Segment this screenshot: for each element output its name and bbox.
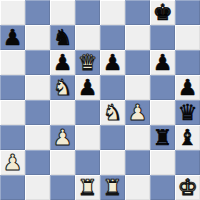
square-g2[interactable] bbox=[150, 150, 175, 175]
square-a3[interactable] bbox=[0, 125, 25, 150]
black-rook[interactable]: ♜ bbox=[153, 125, 173, 150]
square-b5[interactable] bbox=[25, 75, 50, 100]
square-d4[interactable] bbox=[75, 100, 100, 125]
white-rook[interactable]: ♜ bbox=[103, 175, 123, 200]
square-b8[interactable] bbox=[25, 0, 50, 25]
square-d2[interactable] bbox=[75, 150, 100, 175]
black-pawn[interactable]: ♟ bbox=[153, 50, 173, 75]
square-b1[interactable] bbox=[25, 175, 50, 200]
square-g5[interactable] bbox=[150, 75, 175, 100]
square-g4[interactable] bbox=[150, 100, 175, 125]
square-a7[interactable]: ♟ bbox=[0, 25, 25, 50]
white-king[interactable]: ♚ bbox=[178, 175, 198, 200]
white-rook[interactable]: ♜ bbox=[78, 175, 98, 200]
black-queen[interactable]: ♛ bbox=[178, 100, 198, 125]
white-queen[interactable]: ♛ bbox=[78, 50, 98, 75]
black-pawn[interactable]: ♟ bbox=[53, 50, 73, 75]
white-knight[interactable]: ♞ bbox=[53, 75, 73, 100]
square-e8[interactable] bbox=[100, 0, 125, 25]
square-c1[interactable] bbox=[50, 175, 75, 200]
black-king[interactable]: ♚ bbox=[153, 0, 173, 25]
square-b6[interactable] bbox=[25, 50, 50, 75]
square-g3[interactable]: ♜ bbox=[150, 125, 175, 150]
square-h7[interactable] bbox=[175, 25, 200, 50]
square-a5[interactable] bbox=[0, 75, 25, 100]
square-g6[interactable]: ♟ bbox=[150, 50, 175, 75]
black-pawn[interactable]: ♟ bbox=[178, 75, 198, 100]
square-h3[interactable]: ♝ bbox=[175, 125, 200, 150]
chess-board: ♚♟♞♟♛♟♟♞♟♟♞♟♛♟♜♝♟♜♜♚ bbox=[0, 0, 200, 200]
black-pawn[interactable]: ♟ bbox=[3, 25, 23, 50]
square-f3[interactable] bbox=[125, 125, 150, 150]
square-e3[interactable] bbox=[100, 125, 125, 150]
square-a4[interactable] bbox=[0, 100, 25, 125]
square-h8[interactable] bbox=[175, 0, 200, 25]
square-f4[interactable]: ♟ bbox=[125, 100, 150, 125]
black-pawn[interactable]: ♟ bbox=[103, 50, 123, 75]
white-pawn[interactable]: ♟ bbox=[128, 100, 148, 125]
square-a8[interactable] bbox=[0, 0, 25, 25]
square-f2[interactable] bbox=[125, 150, 150, 175]
square-e5[interactable] bbox=[100, 75, 125, 100]
square-d8[interactable] bbox=[75, 0, 100, 25]
square-e7[interactable] bbox=[100, 25, 125, 50]
square-g8[interactable]: ♚ bbox=[150, 0, 175, 25]
square-b4[interactable] bbox=[25, 100, 50, 125]
square-d1[interactable]: ♜ bbox=[75, 175, 100, 200]
square-c2[interactable] bbox=[50, 150, 75, 175]
square-d7[interactable] bbox=[75, 25, 100, 50]
square-d5[interactable]: ♟ bbox=[75, 75, 100, 100]
white-pawn[interactable]: ♟ bbox=[3, 150, 23, 175]
square-f1[interactable] bbox=[125, 175, 150, 200]
square-h4[interactable]: ♛ bbox=[175, 100, 200, 125]
square-e6[interactable]: ♟ bbox=[100, 50, 125, 75]
square-h6[interactable] bbox=[175, 50, 200, 75]
square-c4[interactable] bbox=[50, 100, 75, 125]
square-f5[interactable] bbox=[125, 75, 150, 100]
square-f8[interactable] bbox=[125, 0, 150, 25]
square-a2[interactable]: ♟ bbox=[0, 150, 25, 175]
square-c3[interactable]: ♟ bbox=[50, 125, 75, 150]
square-b3[interactable] bbox=[25, 125, 50, 150]
square-e4[interactable]: ♞ bbox=[100, 100, 125, 125]
square-g1[interactable] bbox=[150, 175, 175, 200]
square-c7[interactable]: ♞ bbox=[50, 25, 75, 50]
white-knight[interactable]: ♞ bbox=[103, 100, 123, 125]
square-h5[interactable]: ♟ bbox=[175, 75, 200, 100]
black-bishop[interactable]: ♝ bbox=[178, 125, 198, 150]
white-pawn[interactable]: ♟ bbox=[53, 125, 73, 150]
square-d3[interactable] bbox=[75, 125, 100, 150]
square-f7[interactable] bbox=[125, 25, 150, 50]
square-b7[interactable] bbox=[25, 25, 50, 50]
black-pawn[interactable]: ♟ bbox=[78, 75, 98, 100]
square-g7[interactable] bbox=[150, 25, 175, 50]
square-c5[interactable]: ♞ bbox=[50, 75, 75, 100]
square-c8[interactable] bbox=[50, 0, 75, 25]
square-h1[interactable]: ♚ bbox=[175, 175, 200, 200]
black-knight[interactable]: ♞ bbox=[53, 25, 73, 50]
square-a6[interactable] bbox=[0, 50, 25, 75]
square-c6[interactable]: ♟ bbox=[50, 50, 75, 75]
square-a1[interactable] bbox=[0, 175, 25, 200]
square-d6[interactable]: ♛ bbox=[75, 50, 100, 75]
square-h2[interactable] bbox=[175, 150, 200, 175]
square-e1[interactable]: ♜ bbox=[100, 175, 125, 200]
square-b2[interactable] bbox=[25, 150, 50, 175]
square-e2[interactable] bbox=[100, 150, 125, 175]
square-f6[interactable] bbox=[125, 50, 150, 75]
